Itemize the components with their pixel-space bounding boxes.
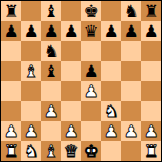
square-g8[interactable]: ♞ [121,1,141,21]
square-e7[interactable]: ♛ [81,21,101,41]
piece-black-bishop[interactable]: ♝ [43,1,58,21]
square-a1[interactable]: ♜ [1,141,21,161]
piece-black-knight[interactable]: ♞ [123,1,138,21]
square-g2[interactable]: ♟ [121,121,141,141]
square-c1[interactable]: ♝ [41,141,61,161]
square-d6[interactable] [61,41,81,61]
piece-black-pawn[interactable]: ♟ [123,21,138,41]
square-g7[interactable]: ♟ [121,21,141,41]
square-d7[interactable]: ♟ [61,21,81,41]
square-d1[interactable]: ♛ [61,141,81,161]
piece-white-queen[interactable]: ♛ [63,141,78,161]
piece-white-knight[interactable]: ♞ [23,141,38,161]
square-f7[interactable]: ♟ [101,21,121,41]
square-f4[interactable] [101,81,121,101]
square-c6[interactable]: ♞ [41,41,61,61]
square-a7[interactable]: ♟ [1,21,21,41]
square-f6[interactable] [101,41,121,61]
square-b5[interactable]: ♝ [21,61,41,81]
square-e5[interactable]: ♟ [81,61,101,81]
square-g1[interactable] [121,141,141,161]
piece-white-knight[interactable]: ♞ [103,101,118,121]
square-f1[interactable] [101,141,121,161]
square-h7[interactable]: ♟ [141,21,161,41]
piece-black-bishop[interactable]: ♝ [43,61,58,81]
piece-white-pawn[interactable]: ♟ [63,121,78,141]
square-h5[interactable] [141,61,161,81]
square-b3[interactable] [21,101,41,121]
square-c2[interactable] [41,121,61,141]
square-b8[interactable] [21,1,41,21]
square-b1[interactable]: ♞ [21,141,41,161]
square-e1[interactable]: ♚ [81,141,101,161]
square-d3[interactable] [61,101,81,121]
square-g4[interactable] [121,81,141,101]
square-h3[interactable] [141,101,161,121]
square-d2[interactable]: ♟ [61,121,81,141]
piece-white-pawn[interactable]: ♟ [123,121,138,141]
square-a4[interactable] [1,81,21,101]
square-b2[interactable]: ♟ [21,121,41,141]
piece-white-pawn[interactable]: ♟ [23,121,38,141]
square-a3[interactable] [1,101,21,121]
square-g5[interactable] [121,61,141,81]
square-e2[interactable] [81,121,101,141]
square-h8[interactable]: ♜ [141,1,161,21]
chess-board: ♜♝♚♞♜♟♟♟♟♛♟♟♟♞♝♝♟♟♟♞♟♟♟♟♟♟♜♞♝♛♚♜ [0,0,162,162]
piece-black-queen[interactable]: ♛ [83,21,98,41]
square-b7[interactable]: ♟ [21,21,41,41]
square-a8[interactable]: ♜ [1,1,21,21]
square-g3[interactable] [121,101,141,121]
square-c8[interactable]: ♝ [41,1,61,21]
square-f3[interactable]: ♞ [101,101,121,121]
square-a5[interactable] [1,61,21,81]
square-h4[interactable] [141,81,161,101]
piece-black-knight[interactable]: ♞ [43,41,58,61]
piece-black-pawn[interactable]: ♟ [83,61,98,81]
square-f5[interactable] [101,61,121,81]
piece-black-rook[interactable]: ♜ [3,1,18,21]
piece-white-bishop[interactable]: ♝ [43,141,58,161]
piece-white-pawn[interactable]: ♟ [3,121,18,141]
piece-black-pawn[interactable]: ♟ [63,21,78,41]
piece-black-pawn[interactable]: ♟ [43,21,58,41]
piece-white-pawn[interactable]: ♟ [103,121,118,141]
piece-white-rook[interactable]: ♜ [143,141,158,161]
square-a2[interactable]: ♟ [1,121,21,141]
square-g6[interactable] [121,41,141,61]
square-f8[interactable] [101,1,121,21]
square-d4[interactable] [61,81,81,101]
piece-black-king[interactable]: ♚ [83,1,98,21]
square-e3[interactable] [81,101,101,121]
piece-white-rook[interactable]: ♜ [3,141,18,161]
square-h2[interactable]: ♟ [141,121,161,141]
square-e6[interactable] [81,41,101,61]
piece-black-pawn[interactable]: ♟ [103,21,118,41]
piece-black-rook[interactable]: ♜ [143,1,158,21]
square-h1[interactable]: ♜ [141,141,161,161]
piece-white-king[interactable]: ♚ [83,141,98,161]
piece-black-pawn[interactable]: ♟ [3,21,18,41]
piece-black-pawn[interactable]: ♟ [23,21,38,41]
square-a6[interactable] [1,41,21,61]
piece-white-bishop[interactable]: ♝ [23,61,38,81]
square-e4[interactable]: ♟ [81,81,101,101]
square-b6[interactable] [21,41,41,61]
square-d5[interactable] [61,61,81,81]
square-c7[interactable]: ♟ [41,21,61,41]
piece-black-pawn[interactable]: ♟ [143,21,158,41]
square-f2[interactable]: ♟ [101,121,121,141]
piece-white-pawn[interactable]: ♟ [43,101,58,121]
square-h6[interactable] [141,41,161,61]
piece-white-pawn[interactable]: ♟ [143,121,158,141]
square-c3[interactable]: ♟ [41,101,61,121]
square-c4[interactable] [41,81,61,101]
square-d8[interactable] [61,1,81,21]
square-b4[interactable] [21,81,41,101]
square-e8[interactable]: ♚ [81,1,101,21]
square-c5[interactable]: ♝ [41,61,61,81]
piece-white-pawn[interactable]: ♟ [83,81,98,101]
